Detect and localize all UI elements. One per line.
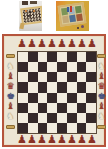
knight-icon: ♞: [5, 61, 16, 71]
queen-icon: ♛: [5, 81, 16, 91]
background-object: [22, 1, 28, 5]
rook-lying-icon: [5, 51, 16, 61]
piece-dot: [29, 11, 31, 13]
square-b7: [28, 62, 38, 72]
pawn-soldier-icon: ♟: [47, 134, 57, 145]
square-b5: [28, 82, 38, 92]
product-image-panel: ♟♟♟♟♟♟♟♟ ♞♝♛♚♝♞ ♞♝♛♚♝♞ ♟♟♟♟♟♟♟♟: [0, 0, 108, 149]
thumbnail-assembled-board-photo[interactable]: [19, 1, 42, 31]
square-b4: [28, 93, 38, 103]
pawn-soldier-icon: ♟: [57, 38, 67, 49]
knight-icon: ♞: [5, 112, 16, 122]
rook-lying-icon: [96, 122, 107, 132]
pawn-soldier-icon: ♟: [27, 134, 37, 145]
chessboard-photo: ♟♟♟♟♟♟♟♟ ♞♝♛♚♝♞ ♞♝♛♚♝♞ ♟♟♟♟♟♟♟♟: [2, 34, 106, 147]
loose-piece: [81, 25, 84, 28]
loose-piece: [77, 27, 79, 29]
square-d4: [47, 93, 57, 103]
thumbnail-open-box-photo[interactable]: [56, 1, 89, 31]
square-b2: [28, 113, 38, 123]
box-compartment: [69, 15, 76, 23]
square-a3: [18, 103, 28, 113]
square-a5: [18, 82, 28, 92]
piece-dot: [25, 10, 27, 12]
box-compartment: [76, 14, 83, 22]
pawn-soldier-icon: ♟: [37, 38, 47, 49]
pawn-soldier-icon: ♟: [67, 38, 77, 49]
square-f1: [67, 123, 77, 133]
rook-lying-icon: [96, 51, 107, 61]
square-h8: [86, 52, 96, 62]
square-a6: [18, 72, 28, 82]
square-b1: [28, 123, 38, 133]
open-game-box: [58, 2, 87, 26]
border-piece-figures-left: ♞♝♛♚♝♞: [5, 51, 16, 132]
square-h6: [86, 72, 96, 82]
square-f7: [67, 62, 77, 72]
square-h7: [86, 62, 96, 72]
square-c1: [38, 123, 48, 133]
box-compartment: [62, 16, 69, 24]
square-a4: [18, 93, 28, 103]
square-f8: [67, 52, 77, 62]
square-d2: [47, 113, 57, 123]
square-d3: [47, 103, 57, 113]
queen-icon: ♛: [96, 81, 107, 91]
rook-lying-icon: [5, 122, 16, 132]
square-a7: [18, 62, 28, 72]
square-c4: [38, 93, 48, 103]
square-b3: [28, 103, 38, 113]
square-g8: [77, 52, 87, 62]
square-g5: [77, 82, 87, 92]
border-pawn-figures-bottom: ♟♟♟♟♟♟♟♟: [17, 133, 97, 146]
square-e8: [57, 52, 67, 62]
chessboard-grid: [17, 51, 97, 134]
square-b8: [28, 52, 38, 62]
red-figure: [70, 6, 72, 12]
square-e4: [57, 93, 67, 103]
square-g6: [77, 72, 87, 82]
square-d8: [47, 52, 57, 62]
square-a8: [18, 52, 28, 62]
square-e2: [57, 113, 67, 123]
background-object: [30, 1, 37, 4]
square-c3: [38, 103, 48, 113]
square-d7: [47, 62, 57, 72]
bishop-icon: ♝: [5, 71, 16, 81]
square-g1: [77, 123, 87, 133]
square-d6: [47, 72, 57, 82]
pawn-soldier-icon: ♟: [17, 38, 27, 49]
piece-dot: [28, 15, 30, 17]
square-f3: [67, 103, 77, 113]
box-compartment: [75, 6, 82, 14]
square-e7: [57, 62, 67, 72]
square-d5: [47, 82, 57, 92]
pawn-soldier-icon: ♟: [57, 134, 67, 145]
pawn-soldier-icon: ♟: [77, 38, 87, 49]
pawn-soldier-icon: ♟: [17, 134, 27, 145]
square-e6: [57, 72, 67, 82]
square-h2: [86, 113, 96, 123]
square-f6: [67, 72, 77, 82]
blue-figure: [67, 7, 69, 12]
square-f5: [67, 82, 77, 92]
border-piece-figures-right: ♞♝♛♚♝♞: [96, 51, 107, 132]
square-e1: [57, 123, 67, 133]
square-c6: [38, 72, 48, 82]
square-c7: [38, 62, 48, 72]
square-f2: [67, 113, 77, 123]
square-c8: [38, 52, 48, 62]
pawn-soldier-icon: ♟: [27, 38, 37, 49]
square-c5: [38, 82, 48, 92]
square-c2: [38, 113, 48, 123]
square-e3: [57, 103, 67, 113]
piece-dot: [33, 10, 35, 12]
square-h3: [86, 103, 96, 113]
pawn-soldier-icon: ♟: [87, 134, 97, 145]
square-f4: [67, 93, 77, 103]
bishop-icon: ♝: [96, 71, 107, 81]
square-a1: [18, 123, 28, 133]
pawn-soldier-icon: ♟: [67, 134, 77, 145]
square-d1: [47, 123, 57, 133]
square-h4: [86, 93, 96, 103]
square-g7: [77, 62, 87, 72]
pawn-soldier-icon: ♟: [87, 38, 97, 49]
knight-icon: ♞: [96, 61, 107, 71]
knight-icon: ♞: [96, 112, 107, 122]
square-h5: [86, 82, 96, 92]
pawn-soldier-icon: ♟: [37, 134, 47, 145]
square-b6: [28, 72, 38, 82]
pawn-soldier-icon: ♟: [77, 134, 87, 145]
square-g3: [77, 103, 87, 113]
square-h1: [86, 123, 96, 133]
table-leg: [19, 23, 24, 30]
square-g4: [77, 93, 87, 103]
border-pawn-figures-top: ♟♟♟♟♟♟♟♟: [17, 37, 97, 50]
square-e5: [57, 82, 67, 92]
square-a2: [18, 113, 28, 123]
pawn-soldier-icon: ♟: [47, 38, 57, 49]
square-g2: [77, 113, 87, 123]
